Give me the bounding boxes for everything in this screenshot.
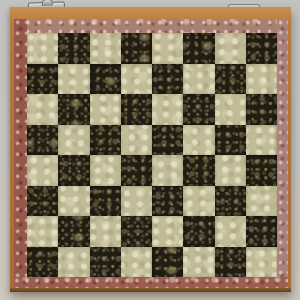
square-e1[interactable]: [152, 247, 183, 278]
square-c8[interactable]: [90, 33, 121, 64]
square-b1[interactable]: [58, 247, 89, 278]
square-e5[interactable]: [152, 125, 183, 156]
square-b4[interactable]: [58, 155, 89, 186]
square-c7[interactable]: [90, 64, 121, 95]
chess-board: [10, 7, 291, 292]
square-a8[interactable]: [27, 33, 58, 64]
square-f1[interactable]: [183, 247, 214, 278]
square-d2[interactable]: [121, 216, 152, 247]
square-e2[interactable]: [152, 216, 183, 247]
square-a3[interactable]: [27, 186, 58, 217]
square-e8[interactable]: [152, 33, 183, 64]
square-g2[interactable]: [215, 216, 246, 247]
square-g3[interactable]: [215, 186, 246, 217]
square-c2[interactable]: [90, 216, 121, 247]
square-h7[interactable]: [246, 64, 277, 95]
square-d4[interactable]: [121, 155, 152, 186]
square-b5[interactable]: [58, 125, 89, 156]
square-f3[interactable]: [183, 186, 214, 217]
square-h8[interactable]: [246, 33, 277, 64]
square-g6[interactable]: [215, 94, 246, 125]
square-d3[interactable]: [121, 186, 152, 217]
square-c3[interactable]: [90, 186, 121, 217]
square-f7[interactable]: [183, 64, 214, 95]
square-b3[interactable]: [58, 186, 89, 217]
square-h5[interactable]: [246, 125, 277, 156]
square-b2[interactable]: [58, 216, 89, 247]
square-f4[interactable]: [183, 155, 214, 186]
square-c1[interactable]: [90, 247, 121, 278]
square-d8[interactable]: [121, 33, 152, 64]
square-g7[interactable]: [215, 64, 246, 95]
square-a1[interactable]: [27, 247, 58, 278]
board-grid: [27, 33, 277, 277]
wood-rim-bottom: [10, 288, 291, 292]
square-h2[interactable]: [246, 216, 277, 247]
square-a2[interactable]: [27, 216, 58, 247]
square-b8[interactable]: [58, 33, 89, 64]
square-a6[interactable]: [27, 94, 58, 125]
square-a5[interactable]: [27, 125, 58, 156]
square-d7[interactable]: [121, 64, 152, 95]
square-f8[interactable]: [183, 33, 214, 64]
square-e4[interactable]: [152, 155, 183, 186]
board-frame-bottom: [14, 277, 288, 288]
square-g1[interactable]: [215, 247, 246, 278]
square-a7[interactable]: [27, 64, 58, 95]
board-frame-right: [277, 19, 288, 288]
square-d6[interactable]: [121, 94, 152, 125]
square-g4[interactable]: [215, 155, 246, 186]
square-e6[interactable]: [152, 94, 183, 125]
square-h1[interactable]: [246, 247, 277, 278]
square-c4[interactable]: [90, 155, 121, 186]
square-h4[interactable]: [246, 155, 277, 186]
square-f6[interactable]: [183, 94, 214, 125]
board-frame-top: [14, 19, 288, 34]
square-e7[interactable]: [152, 64, 183, 95]
square-b6[interactable]: [58, 94, 89, 125]
square-h6[interactable]: [246, 94, 277, 125]
square-e3[interactable]: [152, 186, 183, 217]
square-c6[interactable]: [90, 94, 121, 125]
square-f2[interactable]: [183, 216, 214, 247]
square-f5[interactable]: [183, 125, 214, 156]
square-d5[interactable]: [121, 125, 152, 156]
photo-background: [0, 0, 300, 300]
square-g8[interactable]: [215, 33, 246, 64]
square-c5[interactable]: [90, 125, 121, 156]
board-frame-left: [14, 19, 27, 288]
square-b7[interactable]: [58, 64, 89, 95]
square-d1[interactable]: [121, 247, 152, 278]
square-a4[interactable]: [27, 155, 58, 186]
square-g5[interactable]: [215, 125, 246, 156]
square-h3[interactable]: [246, 186, 277, 217]
